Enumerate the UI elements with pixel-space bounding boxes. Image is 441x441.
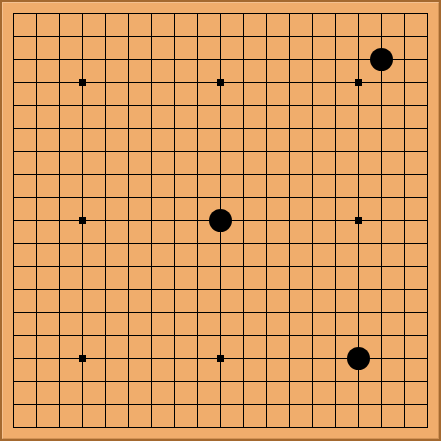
- go-board: [0, 0, 441, 441]
- star-point: [355, 217, 362, 224]
- star-point: [79, 355, 86, 362]
- black-stone: [209, 209, 232, 232]
- star-point: [355, 79, 362, 86]
- star-point: [217, 355, 224, 362]
- star-point: [79, 79, 86, 86]
- black-stone: [347, 347, 370, 370]
- black-stone: [370, 48, 393, 71]
- go-board-grid[interactable]: [2, 2, 439, 439]
- star-point: [217, 79, 224, 86]
- star-point: [79, 217, 86, 224]
